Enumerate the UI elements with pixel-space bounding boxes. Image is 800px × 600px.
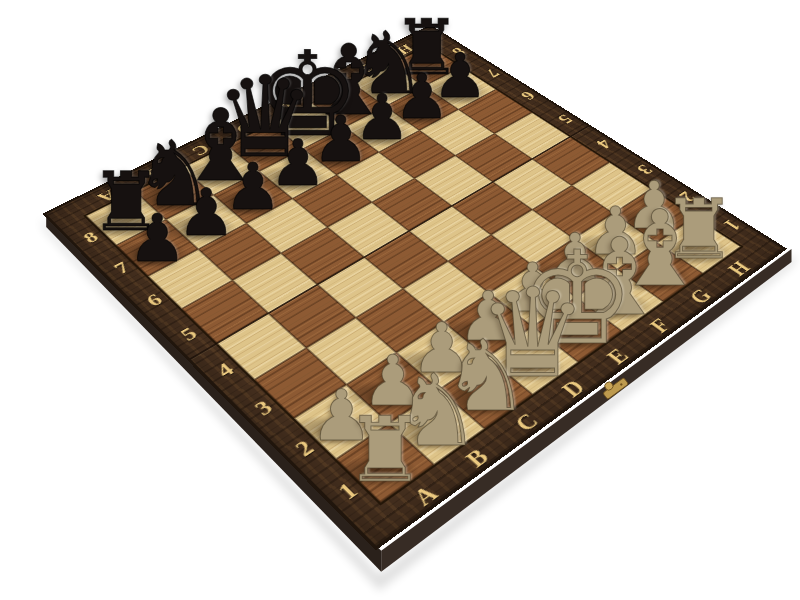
piece-white-rook-a1[interactable]: ♜: [345, 406, 426, 496]
piece-black-pawn-a7[interactable]: ♟: [128, 206, 187, 272]
chess-set-photo: AABBCCDDEEFFGGHH8877665544332211 ♜♞♟♝♟♚♟…: [0, 0, 800, 600]
pieces-overlay: ♜♞♟♝♟♚♟♛♟♝♟♞♟♟♜♟♟♜♟♟♝♟♝♟♚♟♛♟♞♟♞♜: [0, 0, 800, 600]
